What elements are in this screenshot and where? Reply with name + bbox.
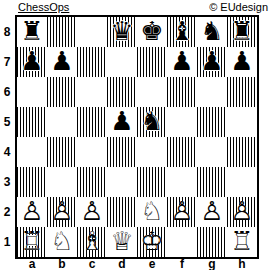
square-b5 (47, 107, 77, 137)
square-e5: ♞ (137, 107, 167, 137)
square-a6 (17, 77, 47, 107)
file-labels: abcdefgh (17, 259, 257, 270)
rank-label-3: 3 (0, 167, 14, 197)
square-a5 (17, 107, 47, 137)
square-c4 (77, 137, 107, 167)
square-b7: ♟ (47, 47, 77, 77)
square-e3 (137, 167, 167, 197)
black-pawn-icon: ♟ (17, 47, 47, 77)
square-f1 (167, 227, 197, 257)
white-queen-icon: ♛♕ (107, 227, 137, 257)
piece-outline: ♔ (137, 227, 167, 257)
black-rook-icon: ♜ (17, 17, 47, 47)
piece-outline: ♙ (197, 197, 227, 227)
copyright-credit: © EUdesign (209, 1, 268, 13)
square-a8: ♜ (17, 17, 47, 47)
rank-label-4: 4 (0, 137, 14, 167)
piece-outline: ♕ (107, 227, 137, 257)
file-label-b: b (47, 259, 77, 270)
square-e4 (137, 137, 167, 167)
square-g5 (197, 107, 227, 137)
square-c7 (77, 47, 107, 77)
white-pawn-icon: ♟♙ (227, 197, 257, 227)
square-g1 (197, 227, 227, 257)
square-c2: ♟♙ (77, 197, 107, 227)
piece-outline: ♖ (227, 227, 257, 257)
chessops-diagram-page: ChessOps © EUdesign 87654321 ♜♛♚♝♞♜♟♟♟♟♟… (0, 0, 270, 270)
black-pawn-icon: ♟ (167, 47, 197, 77)
white-pawn-icon: ♟♙ (17, 197, 47, 227)
square-f3 (167, 167, 197, 197)
square-h6 (227, 77, 257, 107)
square-b6 (47, 77, 77, 107)
rank-label-7: 7 (0, 47, 14, 77)
rank-labels: 87654321 (0, 17, 14, 257)
black-pawn-icon: ♟ (197, 47, 227, 77)
square-f6 (167, 77, 197, 107)
file-label-f: f (167, 259, 197, 270)
piece-outline: ♙ (227, 197, 257, 227)
square-f2: ♟♙ (167, 197, 197, 227)
white-bishop-icon: ♝♗ (77, 227, 107, 257)
square-h7: ♟ (227, 47, 257, 77)
piece-outline: ♘ (47, 227, 77, 257)
file-label-d: d (107, 259, 137, 270)
square-d8: ♛ (107, 17, 137, 47)
rank-label-6: 6 (0, 77, 14, 107)
square-c3 (77, 167, 107, 197)
file-label-e: e (137, 259, 167, 270)
chess-board: ♜♛♚♝♞♜♟♟♟♟♟♟♞♟♙♟♙♟♙♞♘♟♙♟♙♟♙♜♖♞♘♝♗♛♕♚♔♜♖ (15, 15, 259, 259)
piece-outline: ♙ (167, 197, 197, 227)
black-knight-icon: ♞ (197, 17, 227, 47)
black-rook-icon: ♜ (227, 17, 257, 47)
square-c5 (77, 107, 107, 137)
square-a7: ♟ (17, 47, 47, 77)
square-e8: ♚ (137, 17, 167, 47)
square-d6 (107, 77, 137, 107)
black-pawn-icon: ♟ (227, 47, 257, 77)
square-g4 (197, 137, 227, 167)
piece-outline: ♗ (77, 227, 107, 257)
black-king-icon: ♚ (137, 17, 167, 47)
square-b3 (47, 167, 77, 197)
black-bishop-icon: ♝ (167, 17, 197, 47)
square-e1: ♚♔ (137, 227, 167, 257)
rank-label-2: 2 (0, 197, 14, 227)
square-f7: ♟ (167, 47, 197, 77)
square-h8: ♜ (227, 17, 257, 47)
square-d2 (107, 197, 137, 227)
square-h1: ♜♖ (227, 227, 257, 257)
rank-label-5: 5 (0, 107, 14, 137)
file-label-h: h (227, 259, 257, 270)
square-d4 (107, 137, 137, 167)
rank-label-8: 8 (0, 17, 14, 47)
black-pawn-icon: ♟ (47, 47, 77, 77)
piece-outline: ♙ (47, 197, 77, 227)
square-b2: ♟♙ (47, 197, 77, 227)
square-h3 (227, 167, 257, 197)
square-a4 (17, 137, 47, 167)
square-c8 (77, 17, 107, 47)
square-d5: ♟ (107, 107, 137, 137)
square-c1: ♝♗ (77, 227, 107, 257)
square-h4 (227, 137, 257, 167)
white-pawn-icon: ♟♙ (47, 197, 77, 227)
chessops-title-link[interactable]: ChessOps (18, 1, 69, 13)
square-h5 (227, 107, 257, 137)
square-e6 (137, 77, 167, 107)
black-knight-icon: ♞ (137, 107, 167, 137)
square-a3 (17, 167, 47, 197)
square-c6 (77, 77, 107, 107)
black-pawn-icon: ♟ (107, 107, 137, 137)
piece-outline: ♙ (17, 197, 47, 227)
rank-label-1: 1 (0, 227, 14, 257)
square-g6 (197, 77, 227, 107)
piece-outline: ♖ (17, 227, 47, 257)
white-king-icon: ♚♔ (137, 227, 167, 257)
square-b4 (47, 137, 77, 167)
square-f5 (167, 107, 197, 137)
white-rook-icon: ♜♖ (17, 227, 47, 257)
file-label-a: a (17, 259, 47, 270)
black-queen-icon: ♛ (107, 17, 137, 47)
square-g2: ♟♙ (197, 197, 227, 227)
square-d7 (107, 47, 137, 77)
white-knight-icon: ♞♘ (137, 197, 167, 227)
white-pawn-icon: ♟♙ (197, 197, 227, 227)
piece-outline: ♙ (77, 197, 107, 227)
square-a2: ♟♙ (17, 197, 47, 227)
square-e7 (137, 47, 167, 77)
square-d1: ♛♕ (107, 227, 137, 257)
square-f4 (167, 137, 197, 167)
square-b8 (47, 17, 77, 47)
square-d3 (107, 167, 137, 197)
square-a1: ♜♖ (17, 227, 47, 257)
white-rook-icon: ♜♖ (227, 227, 257, 257)
file-label-c: c (77, 259, 107, 270)
square-f8: ♝ (167, 17, 197, 47)
square-h2: ♟♙ (227, 197, 257, 227)
header: ChessOps © EUdesign (0, 1, 270, 14)
square-e2: ♞♘ (137, 197, 167, 227)
piece-outline: ♘ (137, 197, 167, 227)
square-g3 (197, 167, 227, 197)
file-label-g: g (197, 259, 227, 270)
square-g8: ♞ (197, 17, 227, 47)
white-pawn-icon: ♟♙ (77, 197, 107, 227)
white-pawn-icon: ♟♙ (167, 197, 197, 227)
white-knight-icon: ♞♘ (47, 227, 77, 257)
square-b1: ♞♘ (47, 227, 77, 257)
square-g7: ♟ (197, 47, 227, 77)
